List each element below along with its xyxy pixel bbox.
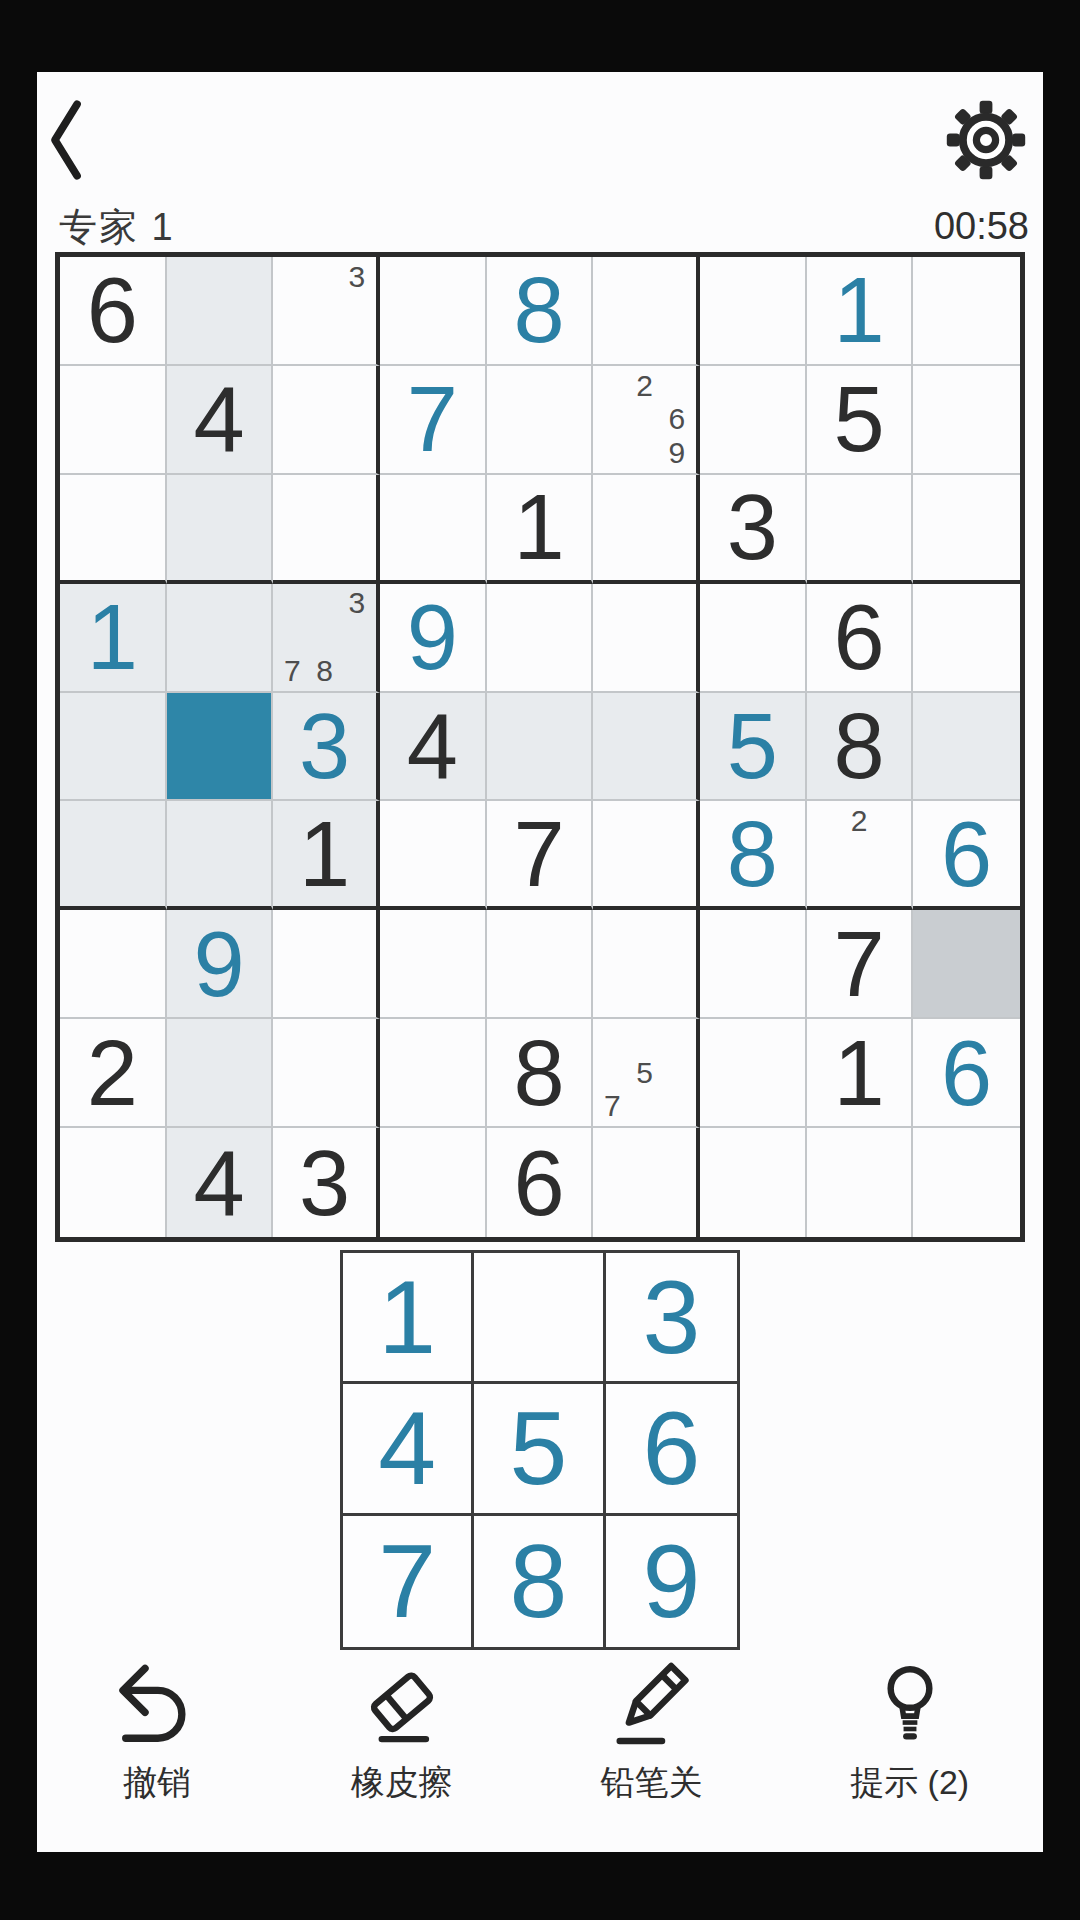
cell-r2c2[interactable]: 4 xyxy=(167,366,274,475)
undo-label: 撤销 xyxy=(123,1760,191,1806)
cell-r6c3[interactable]: 1 xyxy=(273,801,380,910)
cell-r9c3[interactable]: 3 xyxy=(273,1128,380,1237)
cell-r2c7[interactable] xyxy=(700,366,807,475)
numpad-key-3[interactable]: 3 xyxy=(606,1253,737,1384)
undo-icon xyxy=(111,1660,203,1752)
cell-r6c1[interactable] xyxy=(60,801,167,910)
toolbar: 撤销 橡皮擦 xyxy=(37,1660,1043,1850)
cell-r1c3[interactable]: 3 xyxy=(273,257,380,366)
lightbulb-icon xyxy=(864,1660,956,1752)
undo-button[interactable]: 撤销 xyxy=(111,1660,203,1806)
cell-r3c6[interactable] xyxy=(593,475,700,584)
cell-r9c9[interactable] xyxy=(913,1128,1020,1237)
cell-r3c8[interactable] xyxy=(807,475,914,584)
chevron-left-icon xyxy=(49,96,83,184)
cell-r9c7[interactable] xyxy=(700,1128,807,1237)
number-pad: 13456789 xyxy=(340,1250,740,1650)
eraser-button[interactable]: 橡皮擦 xyxy=(351,1660,453,1806)
cell-r6c8[interactable]: 2 xyxy=(807,801,914,910)
numpad-key-empty xyxy=(474,1253,605,1384)
eraser-icon xyxy=(356,1660,448,1752)
cell-r1c1[interactable]: 6 xyxy=(60,257,167,366)
cell-r2c5[interactable] xyxy=(487,366,594,475)
cell-r7c1[interactable] xyxy=(60,910,167,1019)
cell-r3c9[interactable] xyxy=(913,475,1020,584)
numpad-key-4[interactable]: 4 xyxy=(343,1384,474,1515)
pencil-notes: 57 xyxy=(596,1022,693,1123)
cell-r5c9[interactable] xyxy=(913,693,1020,802)
cell-r1c8[interactable]: 1 xyxy=(807,257,914,366)
cell-r9c5[interactable]: 6 xyxy=(487,1128,594,1237)
pencil-notes: 269 xyxy=(596,369,693,470)
cell-r2c8[interactable]: 5 xyxy=(807,366,914,475)
pencil-notes: 3 xyxy=(276,260,373,361)
cell-r5c4[interactable]: 4 xyxy=(380,693,487,802)
numpad-key-1[interactable]: 1 xyxy=(343,1253,474,1384)
numpad-key-5[interactable]: 5 xyxy=(474,1384,605,1515)
cell-r4c2[interactable] xyxy=(167,584,274,693)
cell-r3c7[interactable]: 3 xyxy=(700,475,807,584)
sudoku-board: 63814726951313789634581782697285716436 xyxy=(55,252,1025,1242)
settings-button[interactable] xyxy=(942,96,1030,187)
cell-r3c1[interactable] xyxy=(60,475,167,584)
cell-r7c9[interactable] xyxy=(913,910,1020,1019)
cell-r9c6[interactable] xyxy=(593,1128,700,1237)
cell-r3c4[interactable] xyxy=(380,475,487,584)
cell-r6c7[interactable]: 8 xyxy=(700,801,807,910)
cell-r8c6[interactable]: 57 xyxy=(593,1019,700,1128)
cell-r3c2[interactable] xyxy=(167,475,274,584)
cell-r7c6[interactable] xyxy=(593,910,700,1019)
cell-r6c4[interactable] xyxy=(380,801,487,910)
cell-r1c7[interactable] xyxy=(700,257,807,366)
phone-screen: 专家 1 00:58 63814726951313789634581782697… xyxy=(0,0,1080,1920)
cell-r9c8[interactable] xyxy=(807,1128,914,1237)
level-label: 专家 1 xyxy=(59,202,175,253)
cell-r8c9[interactable]: 6 xyxy=(913,1019,1020,1128)
pencil-notes: 2 xyxy=(810,804,909,903)
hint-label: 提示 (2) xyxy=(850,1760,969,1806)
cell-r7c8[interactable]: 7 xyxy=(807,910,914,1019)
cell-r7c5[interactable] xyxy=(487,910,594,1019)
cell-r1c2[interactable] xyxy=(167,257,274,366)
cell-r2c9[interactable] xyxy=(913,366,1020,475)
cell-r4c8[interactable]: 6 xyxy=(807,584,914,693)
back-button[interactable] xyxy=(43,90,89,193)
cell-r5c7[interactable]: 5 xyxy=(700,693,807,802)
cell-r6c9[interactable]: 6 xyxy=(913,801,1020,910)
cell-r8c8[interactable]: 1 xyxy=(807,1019,914,1128)
cell-r9c2[interactable]: 4 xyxy=(167,1128,274,1237)
app-card: 专家 1 00:58 63814726951313789634581782697… xyxy=(37,72,1043,1852)
pencil-icon xyxy=(605,1660,697,1752)
numpad-key-9[interactable]: 9 xyxy=(606,1516,737,1647)
cell-r7c7[interactable] xyxy=(700,910,807,1019)
cell-r1c6[interactable] xyxy=(593,257,700,366)
cell-r4c1[interactable]: 1 xyxy=(60,584,167,693)
cell-r4c4[interactable]: 9 xyxy=(380,584,487,693)
cell-r6c5[interactable]: 7 xyxy=(487,801,594,910)
cell-r4c3[interactable]: 378 xyxy=(273,584,380,693)
cell-r6c2[interactable] xyxy=(167,801,274,910)
hint-button[interactable]: 提示 (2) xyxy=(850,1660,969,1806)
cell-r7c2[interactable]: 9 xyxy=(167,910,274,1019)
cell-r2c3[interactable] xyxy=(273,366,380,475)
cell-r2c6[interactable]: 269 xyxy=(593,366,700,475)
cell-r8c2[interactable] xyxy=(167,1019,274,1128)
cell-r8c1[interactable]: 2 xyxy=(60,1019,167,1128)
cell-r5c5[interactable] xyxy=(487,693,594,802)
eraser-label: 橡皮擦 xyxy=(351,1760,453,1806)
cell-r3c5[interactable]: 1 xyxy=(487,475,594,584)
cell-r4c6[interactable] xyxy=(593,584,700,693)
cell-r5c6[interactable] xyxy=(593,693,700,802)
cell-r6c6[interactable] xyxy=(593,801,700,910)
numpad-key-7[interactable]: 7 xyxy=(343,1516,474,1647)
pencil-label: 铅笔关 xyxy=(600,1760,702,1806)
cell-r2c4[interactable]: 7 xyxy=(380,366,487,475)
cell-r1c9[interactable] xyxy=(913,257,1020,366)
numpad-key-8[interactable]: 8 xyxy=(474,1516,605,1647)
cell-r1c5[interactable]: 8 xyxy=(487,257,594,366)
cell-r5c2[interactable] xyxy=(167,693,274,802)
cell-r8c5[interactable]: 8 xyxy=(487,1019,594,1128)
cell-r3c3[interactable] xyxy=(273,475,380,584)
cell-r4c5[interactable] xyxy=(487,584,594,693)
cell-r4c9[interactable] xyxy=(913,584,1020,693)
cell-r8c3[interactable] xyxy=(273,1019,380,1128)
cell-r8c4[interactable] xyxy=(380,1019,487,1128)
cell-r5c8[interactable]: 8 xyxy=(807,693,914,802)
pencil-toggle-button[interactable]: 铅笔关 xyxy=(600,1660,702,1806)
cell-r8c7[interactable] xyxy=(700,1019,807,1128)
cell-r7c4[interactable] xyxy=(380,910,487,1019)
pencil-notes: 378 xyxy=(276,587,373,688)
numpad-key-6[interactable]: 6 xyxy=(606,1384,737,1515)
cell-r9c1[interactable] xyxy=(60,1128,167,1237)
cell-r5c1[interactable] xyxy=(60,693,167,802)
gear-icon xyxy=(946,100,1026,180)
cell-r5c3[interactable]: 3 xyxy=(273,693,380,802)
cell-r1c4[interactable] xyxy=(380,257,487,366)
cell-r7c3[interactable] xyxy=(273,910,380,1019)
timer: 00:58 xyxy=(934,205,1029,248)
cell-r9c4[interactable] xyxy=(380,1128,487,1237)
cell-r2c1[interactable] xyxy=(60,366,167,475)
cell-r4c7[interactable] xyxy=(700,584,807,693)
